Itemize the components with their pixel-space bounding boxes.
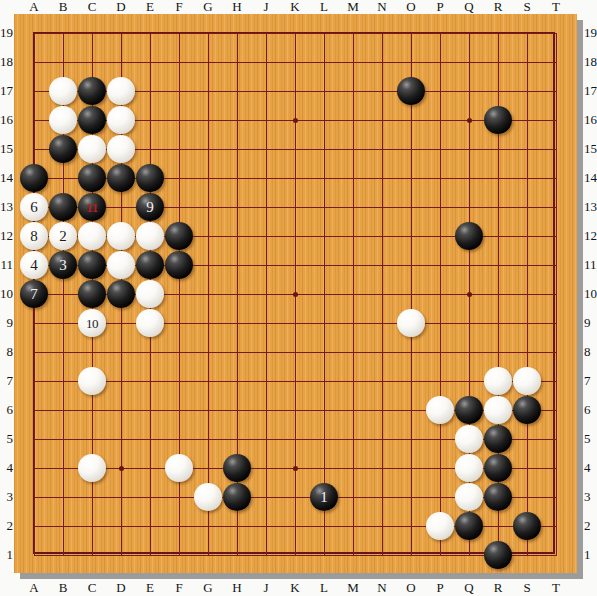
intersection-D12[interactable] [107,222,136,251]
intersection-O12[interactable] [397,222,426,251]
intersection-F18[interactable] [165,48,194,77]
intersection-N18[interactable] [368,48,397,77]
intersection-M18[interactable] [339,48,368,77]
intersection-J17[interactable] [252,77,281,106]
intersection-H9[interactable] [223,309,252,338]
intersection-E16[interactable] [136,106,165,135]
intersection-B18[interactable] [49,48,78,77]
intersection-N1[interactable] [368,541,397,570]
intersection-K18[interactable] [281,48,310,77]
intersection-E3[interactable] [136,483,165,512]
intersection-J9[interactable] [252,309,281,338]
intersection-K15[interactable] [281,135,310,164]
intersection-H12[interactable] [223,222,252,251]
intersection-B3[interactable] [49,483,78,512]
intersection-B14[interactable] [49,164,78,193]
intersection-O11[interactable] [397,251,426,280]
intersection-M5[interactable] [339,425,368,454]
intersection-B11[interactable]: 3 [49,251,78,280]
intersection-N8[interactable] [368,338,397,367]
intersection-S10[interactable] [513,280,542,309]
intersection-R8[interactable] [484,338,513,367]
intersection-S15[interactable] [513,135,542,164]
intersection-L17[interactable] [310,77,339,106]
intersection-H5[interactable] [223,425,252,454]
intersection-M14[interactable] [339,164,368,193]
intersection-O8[interactable] [397,338,426,367]
intersection-L12[interactable] [310,222,339,251]
intersection-F6[interactable] [165,396,194,425]
intersection-Q6[interactable] [455,396,484,425]
intersection-C14[interactable] [78,164,107,193]
intersection-R16[interactable] [484,106,513,135]
intersection-G18[interactable] [194,48,223,77]
intersection-P19[interactable] [426,19,455,48]
intersection-L13[interactable] [310,193,339,222]
intersection-S16[interactable] [513,106,542,135]
intersection-R2[interactable] [484,512,513,541]
intersection-T18[interactable] [542,48,571,77]
intersection-M17[interactable] [339,77,368,106]
intersection-B2[interactable] [49,512,78,541]
intersection-R11[interactable] [484,251,513,280]
intersection-E2[interactable] [136,512,165,541]
intersection-H17[interactable] [223,77,252,106]
intersection-L6[interactable] [310,396,339,425]
intersection-S13[interactable] [513,193,542,222]
intersection-M19[interactable] [339,19,368,48]
intersection-O3[interactable] [397,483,426,512]
intersection-R6[interactable] [484,396,513,425]
intersection-B4[interactable] [49,454,78,483]
intersection-O13[interactable] [397,193,426,222]
intersection-T12[interactable] [542,222,571,251]
intersection-S18[interactable] [513,48,542,77]
intersection-M7[interactable] [339,367,368,396]
intersection-L16[interactable] [310,106,339,135]
intersection-F2[interactable] [165,512,194,541]
intersection-F16[interactable] [165,106,194,135]
intersection-K3[interactable] [281,483,310,512]
intersection-D15[interactable] [107,135,136,164]
intersection-G10[interactable] [194,280,223,309]
intersection-Q12[interactable] [455,222,484,251]
intersection-T4[interactable] [542,454,571,483]
intersection-C18[interactable] [78,48,107,77]
intersection-M6[interactable] [339,396,368,425]
intersection-A18[interactable] [20,48,49,77]
intersection-D9[interactable] [107,309,136,338]
intersection-Q11[interactable] [455,251,484,280]
intersection-J4[interactable] [252,454,281,483]
intersection-F3[interactable] [165,483,194,512]
intersection-R7[interactable] [484,367,513,396]
intersection-C12[interactable] [78,222,107,251]
intersection-O14[interactable] [397,164,426,193]
intersection-Q7[interactable] [455,367,484,396]
intersection-J15[interactable] [252,135,281,164]
intersection-L2[interactable] [310,512,339,541]
intersection-Q9[interactable] [455,309,484,338]
intersection-K7[interactable] [281,367,310,396]
intersection-J16[interactable] [252,106,281,135]
intersection-A1[interactable] [20,541,49,570]
intersection-J3[interactable] [252,483,281,512]
intersection-A10[interactable]: 7 [20,280,49,309]
intersection-F5[interactable] [165,425,194,454]
intersection-P15[interactable] [426,135,455,164]
intersection-P14[interactable] [426,164,455,193]
intersection-T6[interactable] [542,396,571,425]
intersection-O2[interactable] [397,512,426,541]
intersection-N7[interactable] [368,367,397,396]
intersection-J8[interactable] [252,338,281,367]
intersection-A14[interactable] [20,164,49,193]
intersection-H3[interactable] [223,483,252,512]
intersection-N13[interactable] [368,193,397,222]
intersection-F13[interactable] [165,193,194,222]
intersection-O1[interactable] [397,541,426,570]
intersection-F9[interactable] [165,309,194,338]
intersection-N6[interactable] [368,396,397,425]
intersection-C1[interactable] [78,541,107,570]
intersection-M15[interactable] [339,135,368,164]
intersection-J18[interactable] [252,48,281,77]
intersection-L9[interactable] [310,309,339,338]
intersection-K9[interactable] [281,309,310,338]
intersection-S11[interactable] [513,251,542,280]
intersection-G11[interactable] [194,251,223,280]
intersection-D16[interactable] [107,106,136,135]
intersection-Q19[interactable] [455,19,484,48]
intersection-M12[interactable] [339,222,368,251]
intersection-A9[interactable] [20,309,49,338]
intersection-D14[interactable] [107,164,136,193]
intersection-M11[interactable] [339,251,368,280]
intersection-H13[interactable] [223,193,252,222]
intersection-N4[interactable] [368,454,397,483]
intersection-E13[interactable]: 9 [136,193,165,222]
intersection-E8[interactable] [136,338,165,367]
intersection-L19[interactable] [310,19,339,48]
intersection-C9[interactable]: 10 [78,309,107,338]
intersection-C16[interactable] [78,106,107,135]
intersection-O4[interactable] [397,454,426,483]
intersection-D3[interactable] [107,483,136,512]
intersection-G4[interactable] [194,454,223,483]
intersection-F12[interactable] [165,222,194,251]
intersection-Q8[interactable] [455,338,484,367]
intersection-C2[interactable] [78,512,107,541]
intersection-P3[interactable] [426,483,455,512]
intersection-J14[interactable] [252,164,281,193]
intersection-G19[interactable] [194,19,223,48]
intersection-D8[interactable] [107,338,136,367]
intersection-K14[interactable] [281,164,310,193]
intersection-D4[interactable] [107,454,136,483]
intersection-T19[interactable] [542,19,571,48]
intersection-R9[interactable] [484,309,513,338]
intersection-S6[interactable] [513,396,542,425]
intersection-Q18[interactable] [455,48,484,77]
intersection-S19[interactable] [513,19,542,48]
intersection-T8[interactable] [542,338,571,367]
intersection-G17[interactable] [194,77,223,106]
intersection-E12[interactable] [136,222,165,251]
intersection-E11[interactable] [136,251,165,280]
intersection-A11[interactable]: 4 [20,251,49,280]
intersection-B7[interactable] [49,367,78,396]
intersection-F11[interactable] [165,251,194,280]
intersection-C3[interactable] [78,483,107,512]
intersection-G8[interactable] [194,338,223,367]
intersection-Q13[interactable] [455,193,484,222]
intersection-L14[interactable] [310,164,339,193]
intersection-Q15[interactable] [455,135,484,164]
intersection-E5[interactable] [136,425,165,454]
intersection-T16[interactable] [542,106,571,135]
intersection-M16[interactable] [339,106,368,135]
intersection-O7[interactable] [397,367,426,396]
intersection-P4[interactable] [426,454,455,483]
intersection-K12[interactable] [281,222,310,251]
intersection-A2[interactable] [20,512,49,541]
intersection-F7[interactable] [165,367,194,396]
intersection-P9[interactable] [426,309,455,338]
intersection-N17[interactable] [368,77,397,106]
intersection-K8[interactable] [281,338,310,367]
intersection-T10[interactable] [542,280,571,309]
intersection-P11[interactable] [426,251,455,280]
intersection-P1[interactable] [426,541,455,570]
intersection-G16[interactable] [194,106,223,135]
intersection-S4[interactable] [513,454,542,483]
intersection-N5[interactable] [368,425,397,454]
intersection-P16[interactable] [426,106,455,135]
intersection-F17[interactable] [165,77,194,106]
intersection-F15[interactable] [165,135,194,164]
intersection-C15[interactable] [78,135,107,164]
intersection-M4[interactable] [339,454,368,483]
intersection-G1[interactable] [194,541,223,570]
intersection-M9[interactable] [339,309,368,338]
intersection-B10[interactable] [49,280,78,309]
intersection-O17[interactable] [397,77,426,106]
intersection-C11[interactable] [78,251,107,280]
intersection-C19[interactable] [78,19,107,48]
intersection-J10[interactable] [252,280,281,309]
intersection-P7[interactable] [426,367,455,396]
intersection-R1[interactable] [484,541,513,570]
intersection-D5[interactable] [107,425,136,454]
intersection-N3[interactable] [368,483,397,512]
intersection-C5[interactable] [78,425,107,454]
intersection-E9[interactable] [136,309,165,338]
intersection-Q17[interactable] [455,77,484,106]
intersection-E1[interactable] [136,541,165,570]
intersection-B8[interactable] [49,338,78,367]
intersection-D17[interactable] [107,77,136,106]
intersection-F8[interactable] [165,338,194,367]
intersection-S3[interactable] [513,483,542,512]
intersection-P10[interactable] [426,280,455,309]
intersection-K6[interactable] [281,396,310,425]
intersection-A15[interactable] [20,135,49,164]
intersection-G15[interactable] [194,135,223,164]
intersection-N9[interactable] [368,309,397,338]
intersection-H2[interactable] [223,512,252,541]
intersection-J7[interactable] [252,367,281,396]
intersection-N14[interactable] [368,164,397,193]
intersection-D10[interactable] [107,280,136,309]
intersection-R5[interactable] [484,425,513,454]
intersection-K17[interactable] [281,77,310,106]
intersection-M3[interactable] [339,483,368,512]
intersection-R3[interactable] [484,483,513,512]
intersection-O18[interactable] [397,48,426,77]
intersection-F10[interactable] [165,280,194,309]
intersection-F1[interactable] [165,541,194,570]
intersection-S7[interactable] [513,367,542,396]
intersection-L11[interactable] [310,251,339,280]
intersection-N16[interactable] [368,106,397,135]
intersection-C8[interactable] [78,338,107,367]
intersection-K5[interactable] [281,425,310,454]
intersection-G13[interactable] [194,193,223,222]
intersection-T17[interactable] [542,77,571,106]
intersection-K13[interactable] [281,193,310,222]
intersection-R13[interactable] [484,193,513,222]
intersection-R17[interactable] [484,77,513,106]
intersection-L1[interactable] [310,541,339,570]
intersection-P5[interactable] [426,425,455,454]
intersection-E18[interactable] [136,48,165,77]
intersection-D13[interactable] [107,193,136,222]
intersection-D19[interactable] [107,19,136,48]
intersection-C13[interactable]: 11 [78,193,107,222]
intersection-G12[interactable] [194,222,223,251]
intersection-B5[interactable] [49,425,78,454]
intersection-H14[interactable] [223,164,252,193]
intersection-T13[interactable] [542,193,571,222]
intersection-G9[interactable] [194,309,223,338]
intersection-F14[interactable] [165,164,194,193]
intersection-B16[interactable] [49,106,78,135]
intersection-C7[interactable] [78,367,107,396]
intersection-Q3[interactable] [455,483,484,512]
intersection-Q16[interactable] [455,106,484,135]
intersection-T1[interactable] [542,541,571,570]
intersection-K2[interactable] [281,512,310,541]
intersection-G7[interactable] [194,367,223,396]
intersection-S5[interactable] [513,425,542,454]
intersection-T11[interactable] [542,251,571,280]
intersection-S2[interactable] [513,512,542,541]
intersection-J1[interactable] [252,541,281,570]
intersection-T7[interactable] [542,367,571,396]
intersection-Q5[interactable] [455,425,484,454]
intersection-G6[interactable] [194,396,223,425]
intersection-R10[interactable] [484,280,513,309]
intersection-M13[interactable] [339,193,368,222]
intersection-L4[interactable] [310,454,339,483]
intersection-E4[interactable] [136,454,165,483]
intersection-H7[interactable] [223,367,252,396]
intersection-L3[interactable]: 1 [310,483,339,512]
intersection-A3[interactable] [20,483,49,512]
intersection-S8[interactable] [513,338,542,367]
intersection-E15[interactable] [136,135,165,164]
intersection-N12[interactable] [368,222,397,251]
intersection-A12[interactable]: 8 [20,222,49,251]
intersection-D18[interactable] [107,48,136,77]
intersection-H11[interactable] [223,251,252,280]
intersection-C10[interactable] [78,280,107,309]
intersection-P12[interactable] [426,222,455,251]
intersection-N10[interactable] [368,280,397,309]
intersection-S1[interactable] [513,541,542,570]
intersection-R4[interactable] [484,454,513,483]
intersection-K1[interactable] [281,541,310,570]
intersection-K19[interactable] [281,19,310,48]
intersection-B12[interactable]: 2 [49,222,78,251]
intersection-M2[interactable] [339,512,368,541]
intersection-H10[interactable] [223,280,252,309]
intersection-O19[interactable] [397,19,426,48]
intersection-R18[interactable] [484,48,513,77]
intersection-D1[interactable] [107,541,136,570]
intersection-P17[interactable] [426,77,455,106]
intersection-O9[interactable] [397,309,426,338]
intersection-G14[interactable] [194,164,223,193]
intersection-L15[interactable] [310,135,339,164]
intersection-H4[interactable] [223,454,252,483]
intersection-A19[interactable] [20,19,49,48]
intersection-S12[interactable] [513,222,542,251]
intersection-O10[interactable] [397,280,426,309]
intersection-N19[interactable] [368,19,397,48]
intersection-E6[interactable] [136,396,165,425]
intersection-H1[interactable] [223,541,252,570]
intersection-T14[interactable] [542,164,571,193]
intersection-K10[interactable] [281,280,310,309]
intersection-P6[interactable] [426,396,455,425]
intersection-D7[interactable] [107,367,136,396]
intersection-D6[interactable] [107,396,136,425]
intersection-T3[interactable] [542,483,571,512]
intersection-J19[interactable] [252,19,281,48]
intersection-P8[interactable] [426,338,455,367]
intersection-R12[interactable] [484,222,513,251]
intersection-T2[interactable] [542,512,571,541]
intersection-P18[interactable] [426,48,455,77]
intersection-H16[interactable] [223,106,252,135]
intersection-R14[interactable] [484,164,513,193]
intersection-E10[interactable] [136,280,165,309]
intersection-Q14[interactable] [455,164,484,193]
intersection-A6[interactable] [20,396,49,425]
intersection-H19[interactable] [223,19,252,48]
intersection-E7[interactable] [136,367,165,396]
intersection-P2[interactable] [426,512,455,541]
intersection-B9[interactable] [49,309,78,338]
intersection-A5[interactable] [20,425,49,454]
intersection-B17[interactable] [49,77,78,106]
intersection-K16[interactable] [281,106,310,135]
intersection-P13[interactable] [426,193,455,222]
intersection-A17[interactable] [20,77,49,106]
intersection-T5[interactable] [542,425,571,454]
